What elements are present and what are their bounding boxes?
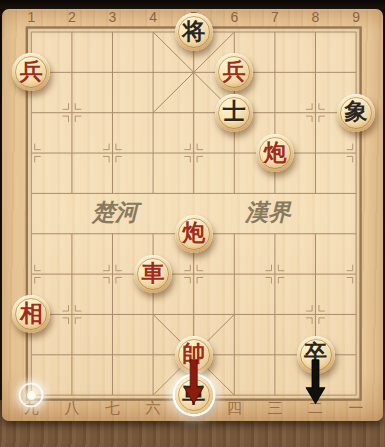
file-label-top-6: 6	[230, 10, 238, 24]
piece-red-cannon-a[interactable]: 炮	[256, 134, 294, 172]
piece-black-chariot[interactable]: 車	[175, 376, 213, 414]
file-label-top-2: 2	[68, 10, 76, 24]
piece-red-soldier-a[interactable]: 兵	[12, 53, 50, 91]
move-origin-marker	[19, 383, 44, 408]
piece-black-elephant[interactable]: 象	[337, 94, 375, 132]
piece-black-advisor[interactable]: 士	[215, 94, 253, 132]
top-edge-shade	[0, 0, 385, 9]
file-label-top-1: 1	[27, 10, 35, 24]
file-label-bottom-4: 六	[146, 401, 161, 416]
piece-glyph: 兵	[223, 60, 246, 83]
file-label-top-7: 7	[271, 10, 279, 24]
piece-glyph: 車	[142, 262, 165, 285]
piece-glyph: 卒	[304, 342, 327, 365]
file-label-bottom-7: 三	[267, 401, 282, 416]
file-label-bottom-8: 二	[308, 401, 323, 416]
file-label-top-3: 3	[109, 10, 117, 24]
piece-glyph: 相	[20, 302, 43, 325]
file-label-bottom-9: 一	[349, 401, 364, 416]
piece-black-general[interactable]: 将	[175, 13, 213, 51]
piece-red-soldier-b[interactable]: 兵	[215, 53, 253, 91]
piece-glyph: 将	[182, 20, 205, 43]
piece-red-cannon-b[interactable]: 炮	[175, 215, 213, 253]
piece-glyph: 士	[223, 100, 246, 123]
xiangqi-board[interactable]: 123456789 九八七六五四三二一 楚河 漢界 将兵兵士象炮炮車相帥卒車	[2, 9, 383, 421]
file-label-top-9: 9	[352, 10, 360, 24]
file-label-top-4: 4	[149, 10, 157, 24]
piece-glyph: 炮	[263, 141, 286, 164]
piece-glyph: 炮	[182, 221, 205, 244]
piece-black-soldier[interactable]: 卒	[297, 336, 335, 374]
river-label-right: 漢界	[245, 197, 291, 228]
piece-glyph: 帥	[182, 342, 205, 365]
file-label-bottom-2: 八	[64, 401, 79, 416]
file-label-top-8: 8	[312, 10, 320, 24]
piece-glyph: 車	[182, 383, 205, 406]
piece-red-chariot[interactable]: 車	[134, 255, 172, 293]
piece-glyph: 象	[345, 100, 368, 123]
piece-red-general[interactable]: 帥	[175, 336, 213, 374]
piece-red-elephant[interactable]: 相	[12, 295, 50, 333]
river-label-left: 楚河	[92, 197, 138, 228]
piece-glyph: 兵	[20, 60, 43, 83]
file-label-bottom-3: 七	[105, 401, 120, 416]
file-label-bottom-6: 四	[227, 401, 242, 416]
